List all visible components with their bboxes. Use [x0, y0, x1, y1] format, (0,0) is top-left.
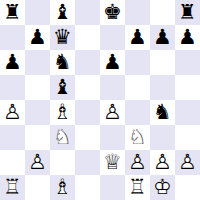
- white-queen-outline: ♕: [100, 150, 125, 175]
- white-pawn[interactable]: ♟♙: [100, 100, 125, 125]
- white-rook[interactable]: ♜♖: [0, 175, 25, 200]
- square-c5[interactable]: ♝: [50, 75, 75, 100]
- square-a3[interactable]: [0, 125, 25, 150]
- white-pawn[interactable]: ♟♙: [125, 150, 150, 175]
- black-queen-glyph: ♛: [50, 25, 75, 50]
- white-pawn-outline: ♙: [25, 150, 50, 175]
- white-king[interactable]: ♚♔: [150, 175, 175, 200]
- square-h5[interactable]: [175, 75, 200, 100]
- square-b8[interactable]: [25, 0, 50, 25]
- black-pawn[interactable]: ♟: [0, 50, 25, 75]
- square-f4[interactable]: [125, 100, 150, 125]
- black-pawn-glyph: ♟: [100, 50, 125, 75]
- square-d2[interactable]: [75, 150, 100, 175]
- white-pawn[interactable]: ♟♙: [175, 150, 200, 175]
- square-a2[interactable]: [0, 150, 25, 175]
- black-queen[interactable]: ♛: [50, 25, 75, 50]
- white-king-outline: ♔: [150, 175, 175, 200]
- square-a8[interactable]: ♜: [0, 0, 25, 25]
- square-f3[interactable]: ♞♘: [125, 125, 150, 150]
- square-f1[interactable]: ♜♖: [125, 175, 150, 200]
- square-e3[interactable]: [100, 125, 125, 150]
- square-h7[interactable]: ♟: [175, 25, 200, 50]
- square-c3[interactable]: ♞♘: [50, 125, 75, 150]
- black-pawn[interactable]: ♟: [175, 25, 200, 50]
- square-f5[interactable]: [125, 75, 150, 100]
- square-a6[interactable]: ♟: [0, 50, 25, 75]
- square-h4[interactable]: [175, 100, 200, 125]
- white-bishop[interactable]: ♝♗: [50, 175, 75, 200]
- square-g1[interactable]: ♚♔: [150, 175, 175, 200]
- square-g4[interactable]: ♞: [150, 100, 175, 125]
- square-e6[interactable]: ♟: [100, 50, 125, 75]
- black-knight[interactable]: ♞: [50, 50, 75, 75]
- square-a7[interactable]: [0, 25, 25, 50]
- white-bishop-outline: ♗: [50, 175, 75, 200]
- square-f2[interactable]: ♟♙: [125, 150, 150, 175]
- square-b2[interactable]: ♟♙: [25, 150, 50, 175]
- square-d7[interactable]: [75, 25, 100, 50]
- square-g8[interactable]: [150, 0, 175, 25]
- white-knight-outline: ♘: [125, 125, 150, 150]
- square-c6[interactable]: ♞: [50, 50, 75, 75]
- black-bishop[interactable]: ♝: [50, 0, 75, 25]
- black-pawn-glyph: ♟: [175, 25, 200, 50]
- square-b6[interactable]: [25, 50, 50, 75]
- square-b5[interactable]: [25, 75, 50, 100]
- square-h2[interactable]: ♟♙: [175, 150, 200, 175]
- square-f8[interactable]: [125, 0, 150, 25]
- square-h6[interactable]: [175, 50, 200, 75]
- white-bishop-outline: ♗: [50, 100, 75, 125]
- square-a1[interactable]: ♜♖: [0, 175, 25, 200]
- square-g3[interactable]: [150, 125, 175, 150]
- square-d5[interactable]: [75, 75, 100, 100]
- white-pawn-outline: ♙: [175, 150, 200, 175]
- black-pawn-glyph: ♟: [25, 25, 50, 50]
- square-e5[interactable]: [100, 75, 125, 100]
- white-pawn[interactable]: ♟♙: [150, 150, 175, 175]
- square-e7[interactable]: [100, 25, 125, 50]
- square-g6[interactable]: [150, 50, 175, 75]
- square-f7[interactable]: ♟: [125, 25, 150, 50]
- square-d4[interactable]: [75, 100, 100, 125]
- white-pawn-outline: ♙: [125, 150, 150, 175]
- black-pawn-glyph: ♟: [125, 25, 150, 50]
- white-pawn-outline: ♙: [150, 150, 175, 175]
- square-b1[interactable]: [25, 175, 50, 200]
- black-king-glyph: ♚: [100, 0, 125, 25]
- square-g5[interactable]: [150, 75, 175, 100]
- white-rook[interactable]: ♜♖: [125, 175, 150, 200]
- black-pawn[interactable]: ♟: [125, 25, 150, 50]
- black-knight-glyph: ♞: [50, 50, 75, 75]
- white-bishop[interactable]: ♝♗: [50, 100, 75, 125]
- square-a5[interactable]: [0, 75, 25, 100]
- white-knight[interactable]: ♞♘: [50, 125, 75, 150]
- black-pawn[interactable]: ♟: [100, 50, 125, 75]
- black-rook[interactable]: ♜: [175, 0, 200, 25]
- square-h3[interactable]: [175, 125, 200, 150]
- square-b4[interactable]: [25, 100, 50, 125]
- white-rook-outline: ♖: [0, 175, 25, 200]
- square-a4[interactable]: ♟♙: [0, 100, 25, 125]
- white-knight-outline: ♘: [50, 125, 75, 150]
- square-c4[interactable]: ♝♗: [50, 100, 75, 125]
- black-pawn-glyph: ♟: [150, 25, 175, 50]
- black-pawn[interactable]: ♟: [25, 25, 50, 50]
- chess-board: ♜♝♚♜♟♛♟♟♟♟♞♟♝♟♙♝♗♟♙♞♞♘♞♘♟♙♛♕♟♙♟♙♟♙♜♖♝♗♜♖…: [0, 0, 200, 200]
- square-c2[interactable]: [50, 150, 75, 175]
- black-rook-glyph: ♜: [0, 0, 25, 25]
- square-d6[interactable]: [75, 50, 100, 75]
- white-pawn-outline: ♙: [0, 100, 25, 125]
- square-g2[interactable]: ♟♙: [150, 150, 175, 175]
- square-b7[interactable]: ♟: [25, 25, 50, 50]
- square-c7[interactable]: ♛: [50, 25, 75, 50]
- black-bishop-glyph: ♝: [50, 0, 75, 25]
- square-h1[interactable]: [175, 175, 200, 200]
- black-bishop[interactable]: ♝: [50, 75, 75, 100]
- square-e4[interactable]: ♟♙: [100, 100, 125, 125]
- square-g7[interactable]: ♟: [150, 25, 175, 50]
- white-pawn[interactable]: ♟♙: [25, 150, 50, 175]
- square-e1[interactable]: [100, 175, 125, 200]
- square-d8[interactable]: [75, 0, 100, 25]
- black-knight[interactable]: ♞: [150, 100, 175, 125]
- white-pawn[interactable]: ♟♙: [0, 100, 25, 125]
- square-b3[interactable]: [25, 125, 50, 150]
- black-pawn[interactable]: ♟: [150, 25, 175, 50]
- square-e8[interactable]: ♚: [100, 0, 125, 25]
- black-king[interactable]: ♚: [100, 0, 125, 25]
- black-rook[interactable]: ♜: [0, 0, 25, 25]
- black-rook-glyph: ♜: [175, 0, 200, 25]
- white-pawn-outline: ♙: [100, 100, 125, 125]
- white-queen[interactable]: ♛♕: [100, 150, 125, 175]
- square-h8[interactable]: ♜: [175, 0, 200, 25]
- black-pawn-glyph: ♟: [0, 50, 25, 75]
- square-d3[interactable]: [75, 125, 100, 150]
- square-d1[interactable]: [75, 175, 100, 200]
- square-c8[interactable]: ♝: [50, 0, 75, 25]
- square-f6[interactable]: [125, 50, 150, 75]
- square-e2[interactable]: ♛♕: [100, 150, 125, 175]
- white-knight[interactable]: ♞♘: [125, 125, 150, 150]
- black-knight-glyph: ♞: [150, 100, 175, 125]
- black-bishop-glyph: ♝: [50, 75, 75, 100]
- white-rook-outline: ♖: [125, 175, 150, 200]
- square-c1[interactable]: ♝♗: [50, 175, 75, 200]
